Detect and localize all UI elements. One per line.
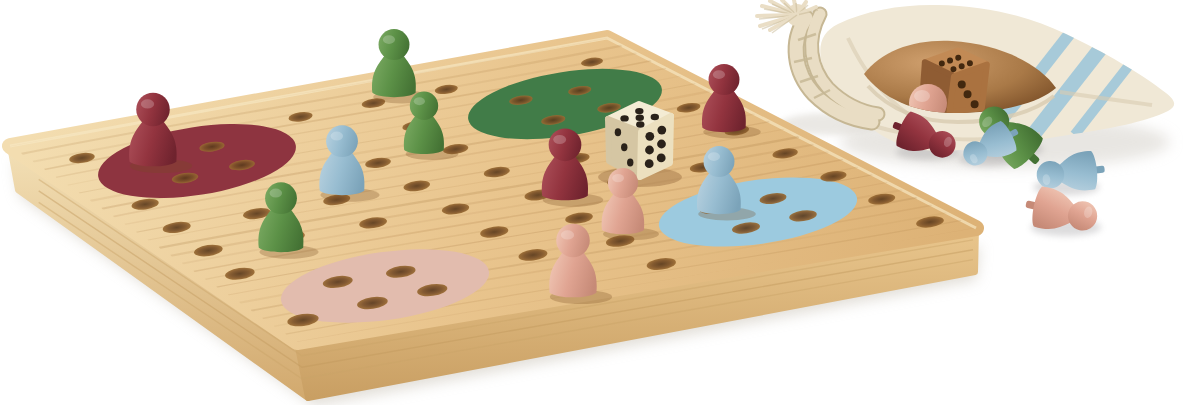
die-pip <box>645 132 654 141</box>
die-pip <box>651 114 659 120</box>
pawn-head <box>556 224 590 258</box>
die-pip <box>621 143 627 151</box>
pawn-highlight <box>383 35 395 44</box>
pawn-highlight <box>713 70 725 79</box>
die-pip <box>645 146 654 155</box>
pawn-head <box>608 168 638 198</box>
pawn-body <box>372 55 416 97</box>
pawn-highlight <box>414 97 425 105</box>
pawn-head <box>136 93 170 127</box>
pawn-head <box>379 29 410 60</box>
pawn-head <box>704 146 735 177</box>
pawn-head <box>549 128 582 161</box>
die-pip <box>657 140 666 149</box>
pawn-highlight <box>331 132 344 141</box>
die-ivory[interactable] <box>608 104 671 177</box>
die-pip <box>620 115 628 121</box>
die-pip <box>657 126 666 135</box>
scene <box>0 0 1200 405</box>
die-pip <box>636 121 644 127</box>
die-pip <box>627 158 633 166</box>
pawn-highlight <box>561 230 574 239</box>
pawn-highlight <box>141 99 154 108</box>
die-pip <box>615 128 621 136</box>
pawn-highlight <box>553 135 566 144</box>
die-pip <box>657 154 666 163</box>
pawn-highlight <box>270 189 283 198</box>
pawn-head <box>410 92 438 120</box>
pawn-head <box>709 64 740 95</box>
ludo-product-photo <box>0 0 1200 405</box>
die-pip <box>635 108 643 114</box>
pawn-highlight <box>708 152 720 161</box>
pawn-head <box>265 182 297 214</box>
pawn-head <box>326 125 358 157</box>
pawn-highlight <box>612 174 624 182</box>
die-pip <box>636 115 644 121</box>
die-pip <box>645 159 654 168</box>
